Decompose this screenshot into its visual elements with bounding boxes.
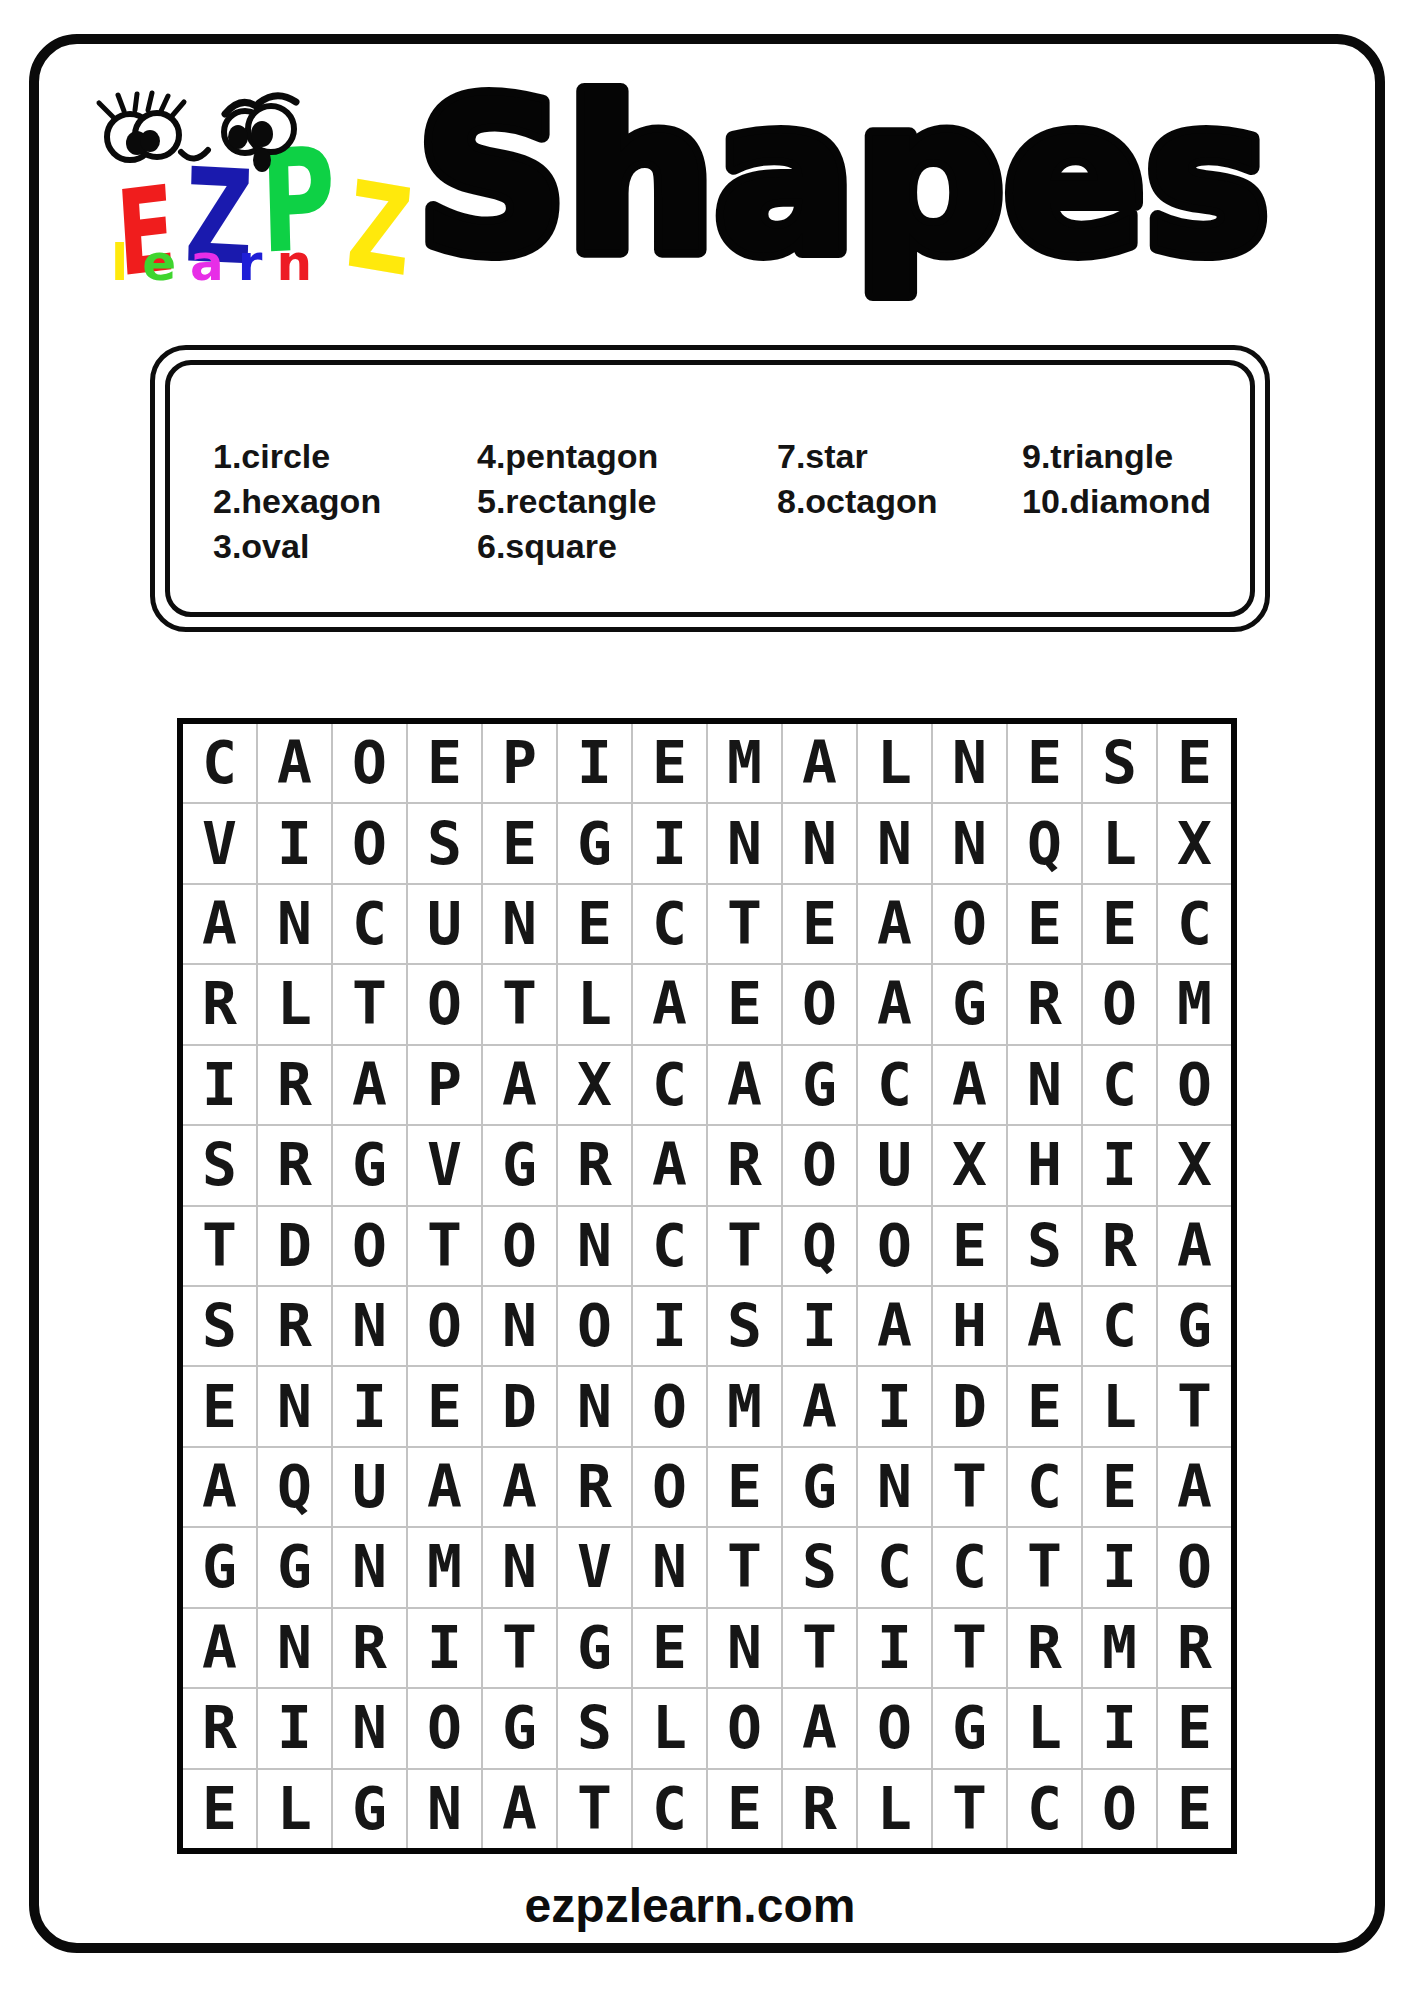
grid-cell[interactable]: L xyxy=(858,724,931,802)
grid-cell[interactable]: O xyxy=(858,1689,931,1767)
grid-cell[interactable]: Q xyxy=(1008,804,1081,882)
grid-cell[interactable]: C xyxy=(183,724,256,802)
grid-cell[interactable]: O xyxy=(333,724,406,802)
grid-cell[interactable]: G xyxy=(783,1046,856,1124)
grid-cell[interactable]: G xyxy=(933,965,1006,1043)
grid-cell[interactable]: L xyxy=(858,1770,931,1848)
grid-cell[interactable]: M xyxy=(1083,1609,1156,1687)
grid-cell[interactable]: Q xyxy=(258,1448,331,1526)
word-list-column: 1.circle2.hexagon3.oval xyxy=(213,434,381,569)
grid-cell[interactable]: L xyxy=(1083,804,1156,882)
grid-cell[interactable]: O xyxy=(333,1207,406,1285)
word-item: 2.hexagon xyxy=(213,479,381,524)
grid-cell[interactable]: H xyxy=(933,1287,1006,1365)
grid-cell[interactable]: R xyxy=(1083,1207,1156,1285)
grid-cell[interactable]: N xyxy=(258,885,331,963)
grid-cell[interactable]: E xyxy=(1158,1770,1231,1848)
grid-cell[interactable]: T xyxy=(408,1207,481,1285)
grid-cell[interactable]: S xyxy=(558,1689,631,1767)
grid-cell[interactable]: O xyxy=(1158,1046,1231,1124)
grid-cell[interactable]: I xyxy=(783,1287,856,1365)
grid-cell[interactable]: G xyxy=(483,1126,556,1204)
grid-cell[interactable]: G xyxy=(558,1609,631,1687)
grid-cell[interactable]: S xyxy=(183,1126,256,1204)
grid-cell[interactable]: G xyxy=(483,1689,556,1767)
grid-cell[interactable]: E xyxy=(1158,724,1231,802)
grid-cell[interactable]: R xyxy=(1008,965,1081,1043)
grid-cell[interactable]: Q xyxy=(783,1207,856,1285)
grid-cell[interactable]: C xyxy=(1083,1287,1156,1365)
grid-cell[interactable]: I xyxy=(633,1287,706,1365)
grid-cell[interactable]: G xyxy=(783,1448,856,1526)
grid-cell[interactable]: N xyxy=(558,1367,631,1445)
grid-cell[interactable]: I xyxy=(633,804,706,882)
grid-cell[interactable]: A xyxy=(783,1367,856,1445)
grid-cell[interactable]: T xyxy=(333,965,406,1043)
grid-cell[interactable]: M xyxy=(708,724,781,802)
grid-cell[interactable]: A xyxy=(1158,1207,1231,1285)
word-item: 7.star xyxy=(777,434,938,479)
grid-cell[interactable]: N xyxy=(483,1287,556,1365)
grid-cell[interactable]: C xyxy=(858,1528,931,1606)
grid-cell[interactable]: I xyxy=(1083,1689,1156,1767)
grid-cell[interactable]: S xyxy=(783,1528,856,1606)
grid-cell[interactable]: N xyxy=(933,804,1006,882)
word-item: 6.square xyxy=(477,524,658,569)
grid-cell[interactable]: A xyxy=(483,1770,556,1848)
grid-cell[interactable]: O xyxy=(1083,1770,1156,1848)
grid-cell[interactable]: X xyxy=(933,1126,1006,1204)
grid-cell[interactable]: I xyxy=(558,724,631,802)
word-item: 1.circle xyxy=(213,434,381,479)
grid-cell[interactable]: E xyxy=(708,1770,781,1848)
grid-cell[interactable]: O xyxy=(633,1448,706,1526)
grid-cell[interactable]: E xyxy=(783,885,856,963)
grid-cell[interactable]: T xyxy=(708,1528,781,1606)
grid-cell[interactable]: A xyxy=(408,1448,481,1526)
grid-cell[interactable]: A xyxy=(858,885,931,963)
grid-cell[interactable]: A xyxy=(258,724,331,802)
grid-cell[interactable]: O xyxy=(708,1689,781,1767)
grid-cell[interactable]: S xyxy=(408,804,481,882)
grid-cell[interactable]: C xyxy=(1008,1448,1081,1526)
grid-cell[interactable]: I xyxy=(258,1689,331,1767)
grid-cell[interactable]: T xyxy=(933,1609,1006,1687)
grid-cell[interactable]: R xyxy=(258,1287,331,1365)
grid-cell[interactable]: A xyxy=(858,1287,931,1365)
grid-cell[interactable]: I xyxy=(1083,1528,1156,1606)
grid-cell[interactable]: O xyxy=(783,1126,856,1204)
grid-cell[interactable]: L xyxy=(633,1689,706,1767)
grid-cell[interactable]: T xyxy=(783,1609,856,1687)
grid-cell[interactable]: N xyxy=(333,1528,406,1606)
word-item: 3.oval xyxy=(213,524,381,569)
grid-cell[interactable]: S xyxy=(1008,1207,1081,1285)
grid-cell[interactable]: I xyxy=(858,1367,931,1445)
grid-cell[interactable]: G xyxy=(333,1770,406,1848)
grid-cell[interactable]: L xyxy=(258,965,331,1043)
grid-cell[interactable]: O xyxy=(558,1287,631,1365)
grid-cell[interactable]: N xyxy=(333,1287,406,1365)
grid-cell[interactable]: T xyxy=(933,1448,1006,1526)
grid-cell[interactable]: L xyxy=(1008,1689,1081,1767)
grid-cell[interactable]: E xyxy=(1008,724,1081,802)
grid-cell[interactable]: M xyxy=(408,1528,481,1606)
word-item: 10.diamond xyxy=(1022,479,1211,524)
grid-cell[interactable]: I xyxy=(183,1046,256,1124)
word-item: 8.octagon xyxy=(777,479,938,524)
grid-cell[interactable]: A xyxy=(333,1046,406,1124)
grid-cell[interactable]: M xyxy=(708,1367,781,1445)
grid-cell[interactable]: N xyxy=(258,1609,331,1687)
grid-cell[interactable]: C xyxy=(633,1207,706,1285)
grid-cell[interactable]: E xyxy=(1083,885,1156,963)
grid-cell[interactable]: N xyxy=(483,885,556,963)
grid-cell[interactable]: L xyxy=(1083,1367,1156,1445)
grid-cell[interactable]: I xyxy=(408,1609,481,1687)
grid-cell[interactable]: U xyxy=(858,1126,931,1204)
grid-cell[interactable]: X xyxy=(1158,804,1231,882)
grid-cell[interactable]: C xyxy=(633,1770,706,1848)
grid-cell[interactable]: E xyxy=(933,1207,1006,1285)
grid-cell[interactable]: N xyxy=(708,804,781,882)
grid-cell[interactable]: A xyxy=(183,1448,256,1526)
grid-cell[interactable]: E xyxy=(708,1448,781,1526)
grid-cell[interactable]: R xyxy=(183,1689,256,1767)
grid-cell[interactable]: R xyxy=(558,1448,631,1526)
grid-cell[interactable]: O xyxy=(933,885,1006,963)
word-list-column: 9.triangle10.diamond xyxy=(1022,434,1211,524)
grid-cell[interactable]: N xyxy=(558,1207,631,1285)
googly-eyes-icon xyxy=(75,90,375,250)
grid-cell[interactable]: E xyxy=(1008,885,1081,963)
word-list-column: 7.star8.octagon xyxy=(777,434,938,524)
grid-cell[interactable]: A xyxy=(183,1609,256,1687)
grid-cell[interactable]: T xyxy=(933,1770,1006,1848)
grid-cell[interactable]: C xyxy=(333,885,406,963)
grid-cell[interactable]: R xyxy=(783,1770,856,1848)
grid-cell[interactable]: N xyxy=(258,1367,331,1445)
grid-cell[interactable]: N xyxy=(483,1528,556,1606)
grid-cell[interactable]: G xyxy=(258,1528,331,1606)
worksheet-page: EZPZ learn xyxy=(0,0,1414,2000)
grid-cell[interactable]: R xyxy=(1158,1609,1231,1687)
grid-cell[interactable]: T xyxy=(708,885,781,963)
grid-cell[interactable]: A xyxy=(858,965,931,1043)
grid-cell[interactable]: E xyxy=(708,965,781,1043)
grid-cell[interactable]: A xyxy=(1158,1448,1231,1526)
grid-cell[interactable]: G xyxy=(558,804,631,882)
grid-cell[interactable]: T xyxy=(483,1609,556,1687)
grid-cell[interactable]: E xyxy=(1158,1689,1231,1767)
grid-cell[interactable]: L xyxy=(558,965,631,1043)
grid-cell[interactable]: R xyxy=(333,1609,406,1687)
grid-cell[interactable]: D xyxy=(258,1207,331,1285)
grid-cell[interactable]: S xyxy=(708,1287,781,1365)
grid-cell[interactable]: E xyxy=(408,724,481,802)
ezpz-learn-logo: EZPZ learn xyxy=(75,90,375,305)
grid-cell[interactable]: X xyxy=(1158,1126,1231,1204)
grid-cell[interactable]: T xyxy=(483,965,556,1043)
grid-cell[interactable]: C xyxy=(633,1046,706,1124)
word-list-column: 4.pentagon5.rectangle6.square xyxy=(477,434,658,569)
word-search-grid: CAOEPIEMALNESEVIOSEGINNNNQLXANCUNECTEAOE… xyxy=(183,724,1231,1848)
grid-cell[interactable]: I xyxy=(258,804,331,882)
grid-cell[interactable]: G xyxy=(933,1689,1006,1767)
grid-cell[interactable]: X xyxy=(558,1046,631,1124)
grid-cell[interactable]: N xyxy=(1008,1046,1081,1124)
grid-cell[interactable]: A xyxy=(933,1046,1006,1124)
grid-cell[interactable]: C xyxy=(633,885,706,963)
grid-cell[interactable]: O xyxy=(1158,1528,1231,1606)
grid-cell[interactable]: H xyxy=(1008,1126,1081,1204)
grid-cell[interactable]: T xyxy=(708,1207,781,1285)
grid-cell[interactable]: O xyxy=(483,1207,556,1285)
grid-cell[interactable]: M xyxy=(1158,965,1231,1043)
grid-cell[interactable]: C xyxy=(1083,1046,1156,1124)
grid-cell[interactable]: I xyxy=(333,1367,406,1445)
grid-cell[interactable]: R xyxy=(558,1126,631,1204)
grid-cell[interactable]: V xyxy=(408,1126,481,1204)
grid-cell[interactable]: O xyxy=(408,965,481,1043)
grid-cell[interactable]: O xyxy=(858,1207,931,1285)
grid-cell[interactable]: N xyxy=(933,724,1006,802)
grid-cell[interactable]: E xyxy=(183,1770,256,1848)
grid-cell[interactable]: N xyxy=(408,1770,481,1848)
title-text: Shapes xyxy=(417,57,1269,299)
grid-cell[interactable]: I xyxy=(858,1609,931,1687)
grid-cell[interactable]: E xyxy=(1083,1448,1156,1526)
grid-cell[interactable]: A xyxy=(783,1689,856,1767)
word-list-box: 1.circle2.hexagon3.oval4.pentagon5.recta… xyxy=(150,345,1270,632)
grid-cell[interactable]: O xyxy=(633,1367,706,1445)
grid-cell[interactable]: N xyxy=(333,1689,406,1767)
grid-cell[interactable]: A xyxy=(633,1126,706,1204)
grid-cell[interactable]: I xyxy=(1083,1126,1156,1204)
grid-cell[interactable]: N xyxy=(708,1609,781,1687)
grid-cell[interactable]: N xyxy=(858,804,931,882)
grid-cell[interactable]: P xyxy=(483,724,556,802)
word-item: 5.rectangle xyxy=(477,479,658,524)
grid-cell[interactable]: R xyxy=(258,1046,331,1124)
grid-cell[interactable]: C xyxy=(1158,885,1231,963)
grid-cell[interactable]: L xyxy=(258,1770,331,1848)
grid-cell[interactable]: A xyxy=(708,1046,781,1124)
grid-cell[interactable]: O xyxy=(408,1689,481,1767)
grid-cell[interactable]: P xyxy=(408,1046,481,1124)
grid-cell[interactable]: T xyxy=(1158,1367,1231,1445)
grid-cell[interactable]: N xyxy=(858,1448,931,1526)
grid-cell[interactable]: O xyxy=(1083,965,1156,1043)
grid-cell[interactable]: S xyxy=(183,1287,256,1365)
grid-cell[interactable]: N xyxy=(783,804,856,882)
grid-cell[interactable]: A xyxy=(783,724,856,802)
grid-cell[interactable]: A xyxy=(483,1046,556,1124)
grid-cell[interactable]: N xyxy=(633,1528,706,1606)
grid-cell[interactable]: E xyxy=(633,1609,706,1687)
grid-cell[interactable]: R xyxy=(708,1126,781,1204)
grid-cell[interactable]: A xyxy=(483,1448,556,1526)
grid-cell[interactable]: V xyxy=(183,804,256,882)
grid-cell[interactable]: T xyxy=(558,1770,631,1848)
grid-cell[interactable]: G xyxy=(183,1528,256,1606)
word-item: 4.pentagon xyxy=(477,434,658,479)
grid-cell[interactable]: T xyxy=(183,1207,256,1285)
grid-cell[interactable]: G xyxy=(1158,1287,1231,1365)
grid-cell[interactable]: O xyxy=(783,965,856,1043)
grid-cell[interactable]: A xyxy=(183,885,256,963)
grid-cell[interactable]: D xyxy=(483,1367,556,1445)
grid-cell[interactable]: V xyxy=(558,1528,631,1606)
word-search-grid-frame: CAOEPIEMALNESEVIOSEGINNNNQLXANCUNECTEAOE… xyxy=(177,718,1237,1854)
grid-cell[interactable]: E xyxy=(483,804,556,882)
grid-cell[interactable]: S xyxy=(1083,724,1156,802)
page-title: Shapes xyxy=(393,42,1293,322)
grid-cell[interactable]: U xyxy=(333,1448,406,1526)
grid-cell[interactable]: R xyxy=(258,1126,331,1204)
grid-cell[interactable]: A xyxy=(1008,1287,1081,1365)
grid-cell[interactable]: O xyxy=(333,804,406,882)
grid-cell[interactable]: O xyxy=(408,1287,481,1365)
grid-cell[interactable]: U xyxy=(408,885,481,963)
grid-cell[interactable]: R xyxy=(1008,1609,1081,1687)
grid-cell[interactable]: E xyxy=(1008,1367,1081,1445)
grid-cell[interactable]: C xyxy=(1008,1770,1081,1848)
grid-cell[interactable]: G xyxy=(333,1126,406,1204)
grid-cell[interactable]: E xyxy=(183,1367,256,1445)
grid-cell[interactable]: C xyxy=(933,1528,1006,1606)
grid-cell[interactable]: E xyxy=(558,885,631,963)
grid-cell[interactable]: D xyxy=(933,1367,1006,1445)
grid-cell[interactable]: A xyxy=(633,965,706,1043)
word-item: 9.triangle xyxy=(1022,434,1211,479)
footer-url: ezpzlearn.com xyxy=(0,1878,1380,1933)
grid-cell[interactable]: T xyxy=(1008,1528,1081,1606)
grid-cell[interactable]: E xyxy=(408,1367,481,1445)
grid-cell[interactable]: C xyxy=(858,1046,931,1124)
grid-cell[interactable]: R xyxy=(183,965,256,1043)
grid-cell[interactable]: E xyxy=(633,724,706,802)
